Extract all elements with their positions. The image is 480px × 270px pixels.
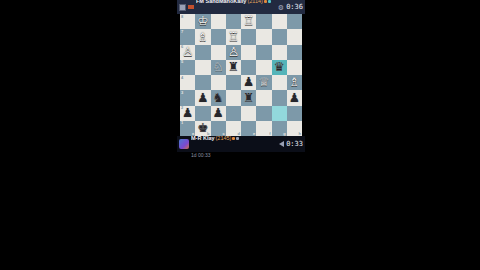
square-h5[interactable] (287, 60, 302, 75)
square-f6[interactable] (256, 45, 271, 60)
opponent-clock: 0:36 (286, 3, 303, 11)
square-b5[interactable] (195, 60, 210, 75)
player-clock: 0:33 (286, 140, 303, 148)
square-d5[interactable]: ♜ (226, 60, 241, 75)
square-e1[interactable]: e (241, 121, 256, 136)
square-b1[interactable]: ♚b (195, 121, 210, 136)
square-d2[interactable] (226, 106, 241, 121)
square-a4[interactable]: 4 (180, 75, 195, 90)
gear-icon[interactable]: ⚙ (278, 4, 284, 11)
square-c1[interactable]: c (211, 121, 226, 136)
square-f2[interactable] (256, 106, 271, 121)
white-queen: ♕ (258, 76, 269, 89)
black-pawn: ♟ (182, 107, 193, 120)
video-frame: FM SandManoKally(2114) 36:36 ⚙ 0:36 8♔♖7… (0, 0, 480, 270)
square-e3[interactable]: ♜ (241, 90, 256, 105)
square-e6[interactable] (241, 45, 256, 60)
file-label: d (238, 132, 240, 136)
white-knight: ♘ (213, 61, 224, 74)
player-bar: M-R Klay(2145) 1d 00:33 0:33 (177, 136, 305, 152)
badge-icon (236, 137, 239, 140)
square-h3[interactable]: ♟ (287, 90, 302, 105)
square-g4[interactable] (272, 75, 287, 90)
board-icon (179, 4, 186, 11)
square-e8[interactable]: ♖ (241, 14, 256, 29)
square-c4[interactable] (211, 75, 226, 90)
sound-icon[interactable] (279, 141, 284, 147)
square-g7[interactable] (272, 29, 287, 44)
square-b4[interactable] (195, 75, 210, 90)
square-a8[interactable]: 8 (180, 14, 195, 29)
player-subtext: 1d 00:33 (191, 152, 210, 158)
white-pawn: ♙ (182, 46, 193, 59)
black-rook: ♜ (228, 61, 239, 74)
square-g2[interactable] (272, 106, 287, 121)
square-b3[interactable]: ♟ (195, 90, 210, 105)
square-a7[interactable]: 7 (180, 29, 195, 44)
white-bishop: ♗ (289, 76, 300, 89)
white-bishop: ♗ (197, 31, 208, 44)
badge-icon (268, 0, 271, 3)
file-label: e (253, 132, 255, 136)
player-rating: (2145) (216, 135, 232, 141)
opponent-player-bar: FM SandManoKally(2114) 36:36 ⚙ 0:36 (177, 0, 305, 14)
square-c7[interactable] (211, 29, 226, 44)
white-king: ♔ (197, 15, 208, 28)
black-pawn: ♟ (197, 92, 208, 105)
rank-label: 4 (181, 76, 183, 80)
rank-label: 1 (181, 121, 183, 125)
square-f4[interactable]: ♕ (256, 75, 271, 90)
square-c8[interactable] (211, 14, 226, 29)
white-rook: ♖ (243, 15, 254, 28)
square-f3[interactable] (256, 90, 271, 105)
square-b8[interactable]: ♔ (195, 14, 210, 29)
square-a3[interactable]: 3 (180, 90, 195, 105)
file-label: g (283, 132, 285, 136)
black-knight: ♞ (213, 92, 224, 105)
square-e4[interactable]: ♟ (241, 75, 256, 90)
square-a2[interactable]: ♟2 (180, 106, 195, 121)
rank-label: 5 (181, 60, 183, 64)
square-a1[interactable]: 1a (180, 121, 195, 136)
square-d6[interactable]: ♙ (226, 45, 241, 60)
chess-board[interactable]: 8♔♖7♗♖♙6♙5♘♜♛4♟♕♗3♟♞♜♟♟2♟1a♚bcdefgh (180, 14, 302, 136)
square-h4[interactable]: ♗ (287, 75, 302, 90)
square-h6[interactable] (287, 45, 302, 60)
square-e5[interactable] (241, 60, 256, 75)
badge-icon (232, 137, 235, 140)
square-c2[interactable]: ♟ (211, 106, 226, 121)
square-a6[interactable]: ♙6 (180, 45, 195, 60)
square-d3[interactable] (226, 90, 241, 105)
square-h1[interactable]: h (287, 121, 302, 136)
player-avatar[interactable] (179, 139, 189, 149)
square-d7[interactable]: ♖ (226, 29, 241, 44)
square-c6[interactable] (211, 45, 226, 60)
black-pawn: ♟ (213, 107, 224, 120)
rank-label: 6 (181, 45, 183, 49)
rank-label: 7 (181, 30, 183, 34)
square-b6[interactable] (195, 45, 210, 60)
square-d8[interactable] (226, 14, 241, 29)
rank-label: 8 (181, 15, 183, 19)
square-h2[interactable] (287, 106, 302, 121)
black-rook: ♜ (243, 92, 254, 105)
square-c5[interactable]: ♘ (211, 60, 226, 75)
opponent-rating: (2114) (247, 0, 263, 4)
file-label: a (192, 132, 194, 136)
square-e2[interactable] (241, 106, 256, 121)
square-d1[interactable]: d (226, 121, 241, 136)
square-f7[interactable] (256, 29, 271, 44)
white-pawn: ♙ (228, 46, 239, 59)
square-g5[interactable]: ♛ (272, 60, 287, 75)
black-pawn: ♟ (243, 76, 254, 89)
square-g6[interactable] (272, 45, 287, 60)
square-f8[interactable] (256, 14, 271, 29)
square-h8[interactable] (287, 14, 302, 29)
white-rook: ♖ (228, 31, 239, 44)
file-label: c (223, 132, 225, 136)
opponent-name: FM SandManoKally(2114) (196, 0, 271, 4)
square-g8[interactable] (272, 14, 287, 29)
badge-icon (264, 0, 267, 3)
square-c3[interactable]: ♞ (211, 90, 226, 105)
square-d4[interactable] (226, 75, 241, 90)
square-f1[interactable]: f (256, 121, 271, 136)
square-a5[interactable]: 5 (180, 60, 195, 75)
black-queen: ♛ (274, 61, 285, 74)
file-label: b (207, 132, 209, 136)
square-h7[interactable] (287, 29, 302, 44)
square-g3[interactable] (272, 90, 287, 105)
square-b2[interactable] (195, 106, 210, 121)
file-label: h (299, 132, 301, 136)
black-pawn: ♟ (289, 92, 300, 105)
rank-label: 3 (181, 91, 183, 95)
file-label: f (269, 132, 270, 136)
square-b7[interactable]: ♗ (195, 29, 210, 44)
player-name: M-R Klay(2145) (191, 135, 239, 141)
rank-label: 2 (181, 106, 183, 110)
square-f5[interactable] (256, 60, 271, 75)
country-flag-icon (188, 5, 194, 9)
square-e7[interactable] (241, 29, 256, 44)
chess-app-screen: FM SandManoKally(2114) 36:36 ⚙ 0:36 8♔♖7… (177, 0, 305, 152)
square-g1[interactable]: g (272, 121, 287, 136)
